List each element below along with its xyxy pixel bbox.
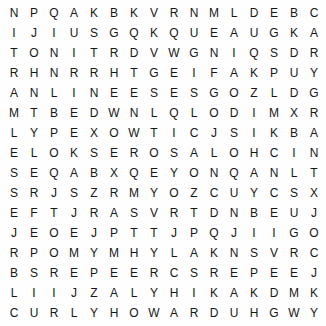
grid-cell-r10c5[interactable]: Z xyxy=(84,183,104,203)
grid-cell-r9c13[interactable]: A xyxy=(244,163,264,183)
grid-cell-r11c6[interactable]: A xyxy=(104,203,124,223)
grid-cell-r11c16[interactable]: J xyxy=(304,203,324,223)
grid-cell-r9c8[interactable]: E xyxy=(144,163,164,183)
grid-cell-r12c16[interactable]: O xyxy=(304,223,324,243)
grid-cell-r13c11[interactable]: K xyxy=(204,243,224,263)
grid-cell-r5c1[interactable]: A xyxy=(4,83,24,103)
grid-cell-r15c4[interactable]: J xyxy=(64,283,84,303)
grid-cell-r11c15[interactable]: U xyxy=(284,203,304,223)
grid-cell-r14c9[interactable]: C xyxy=(164,263,184,283)
grid-cell-r9c10[interactable]: O xyxy=(184,163,204,183)
grid-cell-r15c12[interactable]: A xyxy=(224,283,244,303)
grid-cell-r16c1[interactable]: C xyxy=(4,303,24,323)
grid-cell-r15c13[interactable]: K xyxy=(244,283,264,303)
grid-cell-r10c7[interactable]: M xyxy=(124,183,144,203)
grid-cell-r1c13[interactable]: D xyxy=(244,3,264,23)
grid-cell-r8c4[interactable]: K xyxy=(64,143,84,163)
grid-cell-r7c15[interactable]: B xyxy=(284,123,304,143)
grid-cell-r3c12[interactable]: I xyxy=(224,43,244,63)
grid-cell-r15c16[interactable]: K xyxy=(304,283,324,303)
grid-cell-r10c9[interactable]: O xyxy=(164,183,184,203)
grid-cell-r4c4[interactable]: R xyxy=(64,63,84,83)
grid-cell-r1c14[interactable]: E xyxy=(264,3,284,23)
grid-cell-r3c7[interactable]: D xyxy=(124,43,144,63)
grid-cell-r9c11[interactable]: N xyxy=(204,163,224,183)
grid-cell-r6c16[interactable]: R xyxy=(304,103,324,123)
grid-cell-r7c4[interactable]: E xyxy=(64,123,84,143)
grid-cell-r16c9[interactable]: A xyxy=(164,303,184,323)
grid-cell-r6c3[interactable]: B xyxy=(44,103,64,123)
grid-cell-r16c8[interactable]: W xyxy=(144,303,164,323)
grid-cell-r6c12[interactable]: D xyxy=(224,103,244,123)
grid-cell-r14c15[interactable]: E xyxy=(284,263,304,283)
grid-cell-r5c3[interactable]: L xyxy=(44,83,64,103)
grid-cell-r14c11[interactable]: R xyxy=(204,263,224,283)
grid-cell-r7c11[interactable]: J xyxy=(204,123,224,143)
grid-cell-r8c11[interactable]: L xyxy=(204,143,224,163)
grid-cell-r2c15[interactable]: K xyxy=(284,23,304,43)
grid-cell-r4c6[interactable]: H xyxy=(104,63,124,83)
grid-cell-r5c15[interactable]: D xyxy=(284,83,304,103)
grid-cell-r1c6[interactable]: B xyxy=(104,3,124,23)
grid-cell-r12c2[interactable]: E xyxy=(24,223,44,243)
grid-cell-r1c15[interactable]: B xyxy=(284,3,304,23)
grid-cell-r16c7[interactable]: O xyxy=(124,303,144,323)
grid-cell-r14c5[interactable]: P xyxy=(84,263,104,283)
grid-cell-r12c13[interactable]: I xyxy=(244,223,264,243)
grid-cell-r6c1[interactable]: M xyxy=(4,103,24,123)
grid-cell-r9c9[interactable]: Y xyxy=(164,163,184,183)
grid-cell-r6c14[interactable]: M xyxy=(264,103,284,123)
grid-cell-r9c12[interactable]: Q xyxy=(224,163,244,183)
grid-cell-r14c12[interactable]: E xyxy=(224,263,244,283)
grid-cell-r3c9[interactable]: W xyxy=(164,43,184,63)
grid-cell-r6c6[interactable]: W xyxy=(104,103,124,123)
grid-cell-r13c16[interactable]: C xyxy=(304,243,324,263)
grid-cell-r8c8[interactable]: O xyxy=(144,143,164,163)
grid-cell-r5c4[interactable]: I xyxy=(64,83,84,103)
grid-cell-r15c15[interactable]: M xyxy=(284,283,304,303)
grid-cell-r2c16[interactable]: A xyxy=(304,23,324,43)
grid-cell-r10c1[interactable]: S xyxy=(4,183,24,203)
grid-cell-r5c6[interactable]: E xyxy=(104,83,124,103)
grid-cell-r6c10[interactable]: L xyxy=(184,103,204,123)
grid-cell-r7c14[interactable]: K xyxy=(264,123,284,143)
grid-cell-r14c4[interactable]: E xyxy=(64,263,84,283)
grid-cell-r5c8[interactable]: S xyxy=(144,83,164,103)
grid-cell-r14c14[interactable]: E xyxy=(264,263,284,283)
grid-cell-r14c6[interactable]: E xyxy=(104,263,124,283)
grid-cell-r4c1[interactable]: R xyxy=(4,63,24,83)
grid-cell-r16c14[interactable]: G xyxy=(264,303,284,323)
grid-cell-r8c6[interactable]: E xyxy=(104,143,124,163)
grid-cell-r1c5[interactable]: K xyxy=(84,3,104,23)
grid-cell-r14c13[interactable]: P xyxy=(244,263,264,283)
grid-cell-r8c15[interactable]: I xyxy=(284,143,304,163)
grid-cell-r9c6[interactable]: X xyxy=(104,163,124,183)
grid-cell-r3c16[interactable]: R xyxy=(304,43,324,63)
grid-cell-r6c7[interactable]: N xyxy=(124,103,144,123)
grid-cell-r11c1[interactable]: E xyxy=(4,203,24,223)
grid-cell-r9c3[interactable]: Q xyxy=(44,163,64,183)
grid-cell-r1c8[interactable]: V xyxy=(144,3,164,23)
grid-cell-r11c9[interactable]: R xyxy=(164,203,184,223)
grid-cell-r10c15[interactable]: S xyxy=(284,183,304,203)
grid-cell-r5c13[interactable]: Z xyxy=(244,83,264,103)
word-search-page: { "game": "word-search", "grid": { "rows… xyxy=(0,0,326,326)
grid-cell-r4c8[interactable]: G xyxy=(144,63,164,83)
grid-cell-r1c3[interactable]: Q xyxy=(44,3,64,23)
grid-cell-r9c16[interactable]: T xyxy=(304,163,324,183)
grid-cell-r6c4[interactable]: E xyxy=(64,103,84,123)
grid-cell-r9c14[interactable]: N xyxy=(264,163,284,183)
grid-cell-r10c6[interactable]: R xyxy=(104,183,124,203)
grid-cell-r12c5[interactable]: J xyxy=(84,223,104,243)
grid-cell-r4c2[interactable]: H xyxy=(24,63,44,83)
grid-cell-r2c3[interactable]: I xyxy=(44,23,64,43)
grid-cell-r4c13[interactable]: K xyxy=(244,63,264,83)
grid-cell-r2c13[interactable]: U xyxy=(244,23,264,43)
grid-cell-r15c14[interactable]: D xyxy=(264,283,284,303)
grid-cell-r13c2[interactable]: P xyxy=(24,243,44,263)
grid-cell-r10c13[interactable]: Y xyxy=(244,183,264,203)
grid-cell-r1c12[interactable]: L xyxy=(224,3,244,23)
grid-cell-r6c5[interactable]: D xyxy=(84,103,104,123)
grid-cell-r7c9[interactable]: I xyxy=(164,123,184,143)
grid-cell-r4c9[interactable]: E xyxy=(164,63,184,83)
grid-cell-r9c15[interactable]: L xyxy=(284,163,304,183)
grid-cell-r15c3[interactable]: I xyxy=(44,283,64,303)
grid-cell-r10c4[interactable]: S xyxy=(64,183,84,203)
grid-cell-r16c6[interactable]: H xyxy=(104,303,124,323)
grid-cell-r4c10[interactable]: I xyxy=(184,63,204,83)
grid-cell-r3c11[interactable]: N xyxy=(204,43,224,63)
grid-cell-r2c7[interactable]: Q xyxy=(124,23,144,43)
grid-cell-r1c9[interactable]: R xyxy=(164,3,184,23)
grid-cell-r8c5[interactable]: S xyxy=(84,143,104,163)
word-search-grid: NPQAKBKVRNMLDEBCIJIUSGQKQUEAUGKATONITRDV… xyxy=(0,0,326,326)
grid-cell-r16c15[interactable]: W xyxy=(284,303,304,323)
grid-cell-r11c5[interactable]: R xyxy=(84,203,104,223)
grid-cell-r8c9[interactable]: S xyxy=(164,143,184,163)
grid-cell-r4c11[interactable]: F xyxy=(204,63,224,83)
grid-cell-r5c14[interactable]: L xyxy=(264,83,284,103)
grid-cell-r14c1[interactable]: B xyxy=(4,263,24,283)
grid-cell-r4c3[interactable]: N xyxy=(44,63,64,83)
grid-cell-r2c4[interactable]: U xyxy=(64,23,84,43)
grid-cell-r4c5[interactable]: R xyxy=(84,63,104,83)
grid-cell-r7c1[interactable]: L xyxy=(4,123,24,143)
grid-cell-r3c13[interactable]: Q xyxy=(244,43,264,63)
grid-cell-r1c16[interactable]: C xyxy=(304,3,324,23)
grid-cell-r11c10[interactable]: T xyxy=(184,203,204,223)
grid-cell-r7c13[interactable]: I xyxy=(244,123,264,143)
grid-cell-r5c7[interactable]: E xyxy=(124,83,144,103)
grid-cell-r13c15[interactable]: R xyxy=(284,243,304,263)
grid-cell-r4c7[interactable]: T xyxy=(124,63,144,83)
grid-cell-r15c5[interactable]: Z xyxy=(84,283,104,303)
grid-cell-r7c6[interactable]: O xyxy=(104,123,124,143)
grid-cell-r16c11[interactable]: D xyxy=(204,303,224,323)
grid-cell-r13c14[interactable]: V xyxy=(264,243,284,263)
grid-cell-r16c10[interactable]: R xyxy=(184,303,204,323)
grid-cell-r8c2[interactable]: L xyxy=(24,143,44,163)
grid-cell-r1c4[interactable]: A xyxy=(64,3,84,23)
grid-cell-r5c9[interactable]: E xyxy=(164,83,184,103)
grid-cell-r4c16[interactable]: Y xyxy=(304,63,324,83)
grid-cell-r15c1[interactable]: L xyxy=(4,283,24,303)
grid-cell-r9c4[interactable]: A xyxy=(64,163,84,183)
grid-cell-r16c2[interactable]: U xyxy=(24,303,44,323)
grid-cell-r14c7[interactable]: E xyxy=(124,263,144,283)
grid-cell-r4c15[interactable]: U xyxy=(284,63,304,83)
grid-cell-r12c14[interactable]: I xyxy=(264,223,284,243)
grid-cell-r5c12[interactable]: O xyxy=(224,83,244,103)
grid-cell-r2c11[interactable]: E xyxy=(204,23,224,43)
grid-cell-r13c1[interactable]: R xyxy=(4,243,24,263)
grid-cell-r7c8[interactable]: T xyxy=(144,123,164,143)
grid-cell-r13c7[interactable]: H xyxy=(124,243,144,263)
grid-cell-r8c3[interactable]: O xyxy=(44,143,64,163)
grid-cell-r7c10[interactable]: C xyxy=(184,123,204,143)
grid-cell-r15c10[interactable]: I xyxy=(184,283,204,303)
grid-cell-r12c15[interactable]: G xyxy=(284,223,304,243)
grid-cell-r6c13[interactable]: I xyxy=(244,103,264,123)
grid-cell-r12c7[interactable]: T xyxy=(124,223,144,243)
grid-cell-r10c3[interactable]: J xyxy=(44,183,64,203)
grid-cell-r9c5[interactable]: B xyxy=(84,163,104,183)
grid-cell-r3c1[interactable]: T xyxy=(4,43,24,63)
grid-cell-r15c9[interactable]: H xyxy=(164,283,184,303)
grid-cell-r16c5[interactable]: Y xyxy=(84,303,104,323)
grid-cell-r16c16[interactable]: Y xyxy=(304,303,324,323)
grid-cell-r14c10[interactable]: S xyxy=(184,263,204,283)
grid-cell-r6c9[interactable]: Q xyxy=(164,103,184,123)
grid-cell-r2c14[interactable]: G xyxy=(264,23,284,43)
grid-cell-r13c5[interactable]: Y xyxy=(84,243,104,263)
grid-cell-r15c2[interactable]: I xyxy=(24,283,44,303)
grid-cell-r3c2[interactable]: O xyxy=(24,43,44,63)
grid-cell-r3c14[interactable]: S xyxy=(264,43,284,63)
grid-cell-r10c16[interactable]: X xyxy=(304,183,324,203)
grid-cell-r5c5[interactable]: N xyxy=(84,83,104,103)
grid-cell-r12c9[interactable]: J xyxy=(164,223,184,243)
grid-cell-r11c13[interactable]: B xyxy=(244,203,264,223)
grid-cell-r13c4[interactable]: M xyxy=(64,243,84,263)
grid-cell-r8c1[interactable]: E xyxy=(4,143,24,163)
grid-cell-r16c13[interactable]: H xyxy=(244,303,264,323)
grid-cell-r16c12[interactable]: U xyxy=(224,303,244,323)
grid-cell-r7c16[interactable]: A xyxy=(304,123,324,143)
grid-cell-r8c16[interactable]: N xyxy=(304,143,324,163)
grid-cell-r6c8[interactable]: L xyxy=(144,103,164,123)
grid-cell-r5c11[interactable]: G xyxy=(204,83,224,103)
grid-cell-r10c8[interactable]: Y xyxy=(144,183,164,203)
grid-cell-r12c10[interactable]: P xyxy=(184,223,204,243)
grid-cell-r11c11[interactable]: D xyxy=(204,203,224,223)
grid-cell-r1c1[interactable]: N xyxy=(4,3,24,23)
grid-cell-r11c8[interactable]: V xyxy=(144,203,164,223)
grid-cell-r10c14[interactable]: C xyxy=(264,183,284,203)
grid-cell-r2c8[interactable]: K xyxy=(144,23,164,43)
grid-cell-r1c2[interactable]: P xyxy=(24,3,44,23)
grid-cell-r8c12[interactable]: O xyxy=(224,143,244,163)
grid-cell-r14c2[interactable]: S xyxy=(24,263,44,283)
grid-cell-r7c5[interactable]: X xyxy=(84,123,104,143)
grid-cell-r14c16[interactable]: J xyxy=(304,263,324,283)
grid-cell-r4c12[interactable]: A xyxy=(224,63,244,83)
grid-cell-r11c14[interactable]: E xyxy=(264,203,284,223)
grid-cell-r14c3[interactable]: R xyxy=(44,263,64,283)
grid-cell-r2c9[interactable]: Q xyxy=(164,23,184,43)
grid-cell-r7c3[interactable]: P xyxy=(44,123,64,143)
grid-cell-r11c2[interactable]: F xyxy=(24,203,44,223)
grid-cell-r14c8[interactable]: R xyxy=(144,263,164,283)
grid-cell-r8c10[interactable]: A xyxy=(184,143,204,163)
grid-cell-r8c7[interactable]: R xyxy=(124,143,144,163)
grid-cell-r10c12[interactable]: U xyxy=(224,183,244,203)
grid-cell-r7c2[interactable]: Y xyxy=(24,123,44,143)
grid-cell-r2c1[interactable]: I xyxy=(4,23,24,43)
grid-cell-r6c15[interactable]: X xyxy=(284,103,304,123)
grid-cell-r12c12[interactable]: J xyxy=(224,223,244,243)
grid-cell-r13c10[interactable]: A xyxy=(184,243,204,263)
grid-cell-r5c2[interactable]: N xyxy=(24,83,44,103)
grid-cell-r8c14[interactable]: C xyxy=(264,143,284,163)
grid-cell-r9c2[interactable]: E xyxy=(24,163,44,183)
grid-cell-r11c7[interactable]: S xyxy=(124,203,144,223)
grid-cell-r11c12[interactable]: N xyxy=(224,203,244,223)
grid-cell-r12c3[interactable]: O xyxy=(44,223,64,243)
grid-cell-r8c13[interactable]: H xyxy=(244,143,264,163)
grid-cell-r2c5[interactable]: S xyxy=(84,23,104,43)
grid-cell-r12c4[interactable]: E xyxy=(64,223,84,243)
grid-cell-r11c4[interactable]: J xyxy=(64,203,84,223)
grid-cell-r1c7[interactable]: K xyxy=(124,3,144,23)
grid-cell-r13c6[interactable]: M xyxy=(104,243,124,263)
grid-cell-r10c2[interactable]: R xyxy=(24,183,44,203)
grid-cell-r4c14[interactable]: P xyxy=(264,63,284,83)
grid-cell-r12c11[interactable]: Q xyxy=(204,223,224,243)
grid-cell-r1c10[interactable]: N xyxy=(184,3,204,23)
grid-cell-r3c3[interactable]: N xyxy=(44,43,64,63)
grid-cell-r12c6[interactable]: P xyxy=(104,223,124,243)
grid-cell-r13c3[interactable]: O xyxy=(44,243,64,263)
grid-cell-r3c5[interactable]: T xyxy=(84,43,104,63)
grid-cell-r2c12[interactable]: A xyxy=(224,23,244,43)
grid-cell-r15c8[interactable]: Y xyxy=(144,283,164,303)
grid-cell-r3c6[interactable]: R xyxy=(104,43,124,63)
grid-cell-r13c13[interactable]: S xyxy=(244,243,264,263)
grid-cell-r13c8[interactable]: Y xyxy=(144,243,164,263)
grid-cell-r13c9[interactable]: L xyxy=(164,243,184,263)
grid-cell-r3c4[interactable]: I xyxy=(64,43,84,63)
grid-cell-r6c2[interactable]: T xyxy=(24,103,44,123)
grid-cell-r1c11[interactable]: M xyxy=(204,3,224,23)
grid-cell-r7c12[interactable]: S xyxy=(224,123,244,143)
grid-cell-r10c10[interactable]: Z xyxy=(184,183,204,203)
grid-cell-r3c15[interactable]: D xyxy=(284,43,304,63)
grid-cell-r13c12[interactable]: N xyxy=(224,243,244,263)
grid-cell-r3c8[interactable]: V xyxy=(144,43,164,63)
grid-cell-r7c7[interactable]: W xyxy=(124,123,144,143)
grid-cell-r16c4[interactable]: L xyxy=(64,303,84,323)
grid-cell-r5c10[interactable]: S xyxy=(184,83,204,103)
grid-cell-r15c7[interactable]: L xyxy=(124,283,144,303)
grid-cell-r5c16[interactable]: G xyxy=(304,83,324,103)
grid-cell-r16c3[interactable]: R xyxy=(44,303,64,323)
grid-cell-r12c1[interactable]: J xyxy=(4,223,24,243)
grid-cell-r12c8[interactable]: T xyxy=(144,223,164,243)
grid-cell-r9c7[interactable]: Q xyxy=(124,163,144,183)
grid-cell-r6c11[interactable]: O xyxy=(204,103,224,123)
grid-cell-r15c6[interactable]: A xyxy=(104,283,124,303)
grid-cell-r3c10[interactable]: G xyxy=(184,43,204,63)
grid-cell-r11c3[interactable]: T xyxy=(44,203,64,223)
grid-cell-r10c11[interactable]: C xyxy=(204,183,224,203)
grid-cell-r2c10[interactable]: U xyxy=(184,23,204,43)
grid-cell-r9c1[interactable]: S xyxy=(4,163,24,183)
grid-cell-r2c2[interactable]: J xyxy=(24,23,44,43)
grid-cell-r2c6[interactable]: G xyxy=(104,23,124,43)
grid-cell-r15c11[interactable]: K xyxy=(204,283,224,303)
